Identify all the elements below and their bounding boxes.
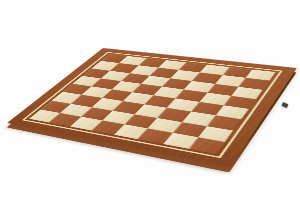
chessboard-product-photo (0, 0, 300, 200)
inlay-border-line (22, 52, 283, 158)
chess-board (7, 48, 297, 167)
folding-hinge (281, 102, 288, 108)
